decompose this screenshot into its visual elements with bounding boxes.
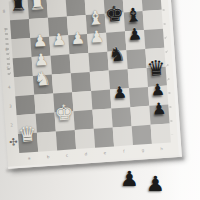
square-h3[interactable]: ♟	[148, 86, 168, 106]
square-a7[interactable]	[10, 19, 30, 39]
square-g4[interactable]	[128, 68, 148, 88]
square-h7[interactable]	[143, 10, 163, 30]
square-e1[interactable]	[94, 127, 114, 147]
rank-label-1: 1	[8, 134, 18, 154]
file-label-a: a	[19, 154, 39, 165]
square-h6[interactable]	[144, 29, 164, 49]
square-g1[interactable]	[132, 125, 152, 145]
square-e4[interactable]	[90, 71, 110, 91]
square-f3[interactable]: ♟	[110, 88, 130, 108]
square-b2[interactable]	[36, 112, 56, 132]
square-b7[interactable]	[29, 18, 49, 38]
rank-label-2: 2	[7, 115, 17, 135]
square-a4[interactable]	[14, 76, 34, 96]
file-label-b: b	[38, 152, 58, 163]
square-g7[interactable]: ♝	[124, 11, 144, 31]
board-grid[interactable]: ♜♜♝♚♝♟♟♟♟♟♟♞♞♛♟♟♚♟♛	[9, 0, 171, 153]
file-label-e: e	[95, 148, 115, 159]
square-f4[interactable]	[109, 69, 129, 89]
square-c2[interactable]: ♚	[55, 111, 75, 131]
square-c8[interactable]	[47, 0, 67, 18]
square-b1[interactable]	[37, 131, 57, 151]
square-f7[interactable]: ♚	[105, 12, 125, 32]
rank-label-7: 7	[0, 20, 10, 40]
rank-label-6: 6	[1, 39, 11, 59]
square-c4[interactable]	[52, 73, 72, 93]
square-d5[interactable]	[69, 53, 89, 73]
black-rook[interactable]: ♜	[8, 0, 28, 14]
square-e2[interactable]	[92, 109, 112, 129]
file-label-c: c	[57, 151, 77, 162]
square-b6[interactable]: ♟	[30, 37, 50, 57]
square-c5[interactable]	[51, 54, 71, 74]
square-g2[interactable]	[130, 106, 150, 126]
square-c7[interactable]	[48, 16, 68, 36]
square-d7[interactable]	[67, 15, 87, 35]
square-d8[interactable]	[66, 0, 86, 16]
captured-black-pawn[interactable]: ♟	[120, 169, 139, 190]
square-d4[interactable]	[71, 72, 91, 92]
square-e8[interactable]	[84, 0, 104, 15]
rank-label-5: 5	[3, 58, 13, 78]
square-b8[interactable]: ♜	[28, 0, 48, 19]
chessboard-photo-scene: ✣ ♜♜♝♚♝♟♟♟♟♟♟♞♞♛♟♟♚♟♛ abcdefgh 87654321 …	[0, 0, 200, 200]
square-d6[interactable]: ♟	[68, 34, 88, 54]
square-a5[interactable]	[13, 57, 33, 77]
square-c3[interactable]	[53, 92, 73, 112]
square-e7[interactable]: ♝	[86, 14, 106, 34]
file-label-g: g	[133, 146, 153, 157]
square-c1[interactable]	[56, 130, 76, 150]
file-label-d: d	[76, 150, 96, 161]
file-label-f: f	[114, 147, 134, 158]
square-h2[interactable]: ♟	[149, 105, 169, 125]
square-f5[interactable]: ♞	[107, 50, 127, 70]
square-a3[interactable]	[15, 95, 35, 115]
square-f2[interactable]	[111, 107, 131, 127]
square-e6[interactable]: ♟	[87, 33, 107, 53]
square-f6[interactable]	[106, 31, 126, 51]
square-b4[interactable]: ♞	[33, 75, 53, 95]
square-e3[interactable]	[91, 90, 111, 110]
square-b3[interactable]	[34, 94, 54, 114]
white-rook[interactable]: ♜	[27, 0, 47, 13]
square-b5[interactable]: ♟	[32, 56, 52, 76]
square-e5[interactable]	[88, 52, 108, 72]
rank-label-8: 8	[0, 1, 9, 21]
rank-label-4: 4	[4, 77, 14, 97]
square-c6[interactable]: ♟	[49, 35, 69, 55]
captured-black-pawn[interactable]: ♟	[146, 174, 165, 195]
square-h4[interactable]: ♛	[147, 67, 167, 87]
square-h1[interactable]	[151, 123, 171, 143]
square-f1[interactable]	[113, 126, 133, 146]
square-d3[interactable]	[72, 91, 92, 111]
file-label-h: h	[152, 144, 172, 155]
square-a2[interactable]	[17, 114, 37, 134]
square-g5[interactable]	[126, 49, 146, 69]
square-a6[interactable]	[11, 38, 31, 58]
square-g6[interactable]: ♟	[125, 30, 145, 50]
square-a8[interactable]: ♜	[9, 0, 29, 20]
square-g3[interactable]	[129, 87, 149, 107]
chess-board[interactable]: ✣ ♜♜♝♚♝♟♟♟♟♟♟♞♞♛♟♟♚♟♛ abcdefgh 87654321	[0, 0, 182, 169]
square-a1[interactable]: ♛	[18, 133, 38, 153]
square-d1[interactable]	[75, 129, 95, 149]
rank-label-3: 3	[5, 96, 15, 116]
square-h5[interactable]	[145, 48, 165, 68]
square-d2[interactable]	[73, 110, 93, 130]
